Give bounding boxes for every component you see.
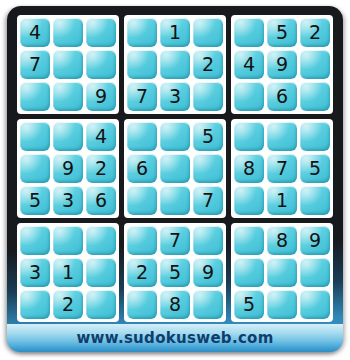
- cell-r6c9[interactable]: [300, 186, 330, 215]
- cell-r3c3: 9: [86, 82, 116, 111]
- sudoku-grid: 479127352496492536567875131272598895: [17, 15, 333, 322]
- cell-r7c3[interactable]: [86, 226, 116, 255]
- cell-r4c2[interactable]: [53, 122, 83, 151]
- cell-r9c6[interactable]: [193, 290, 223, 319]
- cell-r4c7[interactable]: [234, 122, 264, 151]
- cell-r2c5[interactable]: [160, 50, 190, 79]
- cell-r8c8[interactable]: [267, 258, 297, 287]
- cell-r6c1: 5: [20, 186, 50, 215]
- cell-r4c9[interactable]: [300, 122, 330, 151]
- cell-r6c6: 7: [193, 186, 223, 215]
- cell-r9c1[interactable]: [20, 290, 50, 319]
- cell-r5c4: 6: [127, 154, 157, 183]
- cell-r1c5: 1: [160, 18, 190, 47]
- cell-r4c8[interactable]: [267, 122, 297, 151]
- cell-r5c7: 8: [234, 154, 264, 183]
- cell-r2c2[interactable]: [53, 50, 83, 79]
- site-url[interactable]: www.sudokusweb.com: [76, 329, 273, 347]
- cell-r2c1: 7: [20, 50, 50, 79]
- cell-r1c7[interactable]: [234, 18, 264, 47]
- cell-r2c9[interactable]: [300, 50, 330, 79]
- cell-r1c9: 2: [300, 18, 330, 47]
- cell-r8c2: 1: [53, 258, 83, 287]
- box-1-2: 1273: [124, 15, 226, 114]
- cell-r6c3: 6: [86, 186, 116, 215]
- box-3-1: 312: [17, 223, 119, 322]
- cell-r4c5[interactable]: [160, 122, 190, 151]
- sudoku-board: 479127352496492536567875131272598895 www…: [7, 6, 343, 352]
- cell-r8c1: 3: [20, 258, 50, 287]
- cell-r3c6[interactable]: [193, 82, 223, 111]
- cell-r3c5: 3: [160, 82, 190, 111]
- cell-r7c6[interactable]: [193, 226, 223, 255]
- cell-r8c4: 2: [127, 258, 157, 287]
- cell-r6c5[interactable]: [160, 186, 190, 215]
- cell-r4c3: 4: [86, 122, 116, 151]
- cell-r9c2: 2: [53, 290, 83, 319]
- cell-r2c4[interactable]: [127, 50, 157, 79]
- cell-r7c1[interactable]: [20, 226, 50, 255]
- cell-r7c5: 7: [160, 226, 190, 255]
- cell-r1c1: 4: [20, 18, 50, 47]
- cell-r2c6: 2: [193, 50, 223, 79]
- box-3-3: 895: [231, 223, 333, 322]
- cell-r1c8: 5: [267, 18, 297, 47]
- cell-r8c5: 5: [160, 258, 190, 287]
- cell-r5c6[interactable]: [193, 154, 223, 183]
- cell-r1c6[interactable]: [193, 18, 223, 47]
- cell-r3c7[interactable]: [234, 82, 264, 111]
- cell-r4c6: 5: [193, 122, 223, 151]
- cell-r5c3: 2: [86, 154, 116, 183]
- cell-r3c1[interactable]: [20, 82, 50, 111]
- cell-r6c7[interactable]: [234, 186, 264, 215]
- cell-r7c9: 9: [300, 226, 330, 255]
- cell-r5c1[interactable]: [20, 154, 50, 183]
- cell-r3c9[interactable]: [300, 82, 330, 111]
- cell-r7c2[interactable]: [53, 226, 83, 255]
- cell-r2c8: 9: [267, 50, 297, 79]
- cell-r3c8: 6: [267, 82, 297, 111]
- cell-r8c6: 9: [193, 258, 223, 287]
- cell-r7c4[interactable]: [127, 226, 157, 255]
- cell-r9c9[interactable]: [300, 290, 330, 319]
- cell-r1c2[interactable]: [53, 18, 83, 47]
- box-1-1: 479: [17, 15, 119, 114]
- cell-r6c2: 3: [53, 186, 83, 215]
- cell-r9c3[interactable]: [86, 290, 116, 319]
- cell-r5c5[interactable]: [160, 154, 190, 183]
- cell-r8c9[interactable]: [300, 258, 330, 287]
- cell-r1c4[interactable]: [127, 18, 157, 47]
- cell-r5c8: 7: [267, 154, 297, 183]
- box-2-3: 8751: [231, 119, 333, 218]
- footer-bar: www.sudokusweb.com: [7, 324, 343, 352]
- cell-r3c4: 7: [127, 82, 157, 111]
- cell-r5c2: 9: [53, 154, 83, 183]
- cell-r8c3[interactable]: [86, 258, 116, 287]
- cell-r9c5: 8: [160, 290, 190, 319]
- cell-r6c4[interactable]: [127, 186, 157, 215]
- cell-r9c4[interactable]: [127, 290, 157, 319]
- cell-r1c3[interactable]: [86, 18, 116, 47]
- box-2-1: 492536: [17, 119, 119, 218]
- cell-r7c8: 8: [267, 226, 297, 255]
- box-2-2: 567: [124, 119, 226, 218]
- box-1-3: 52496: [231, 15, 333, 114]
- cell-r8c7[interactable]: [234, 258, 264, 287]
- cell-r9c7: 5: [234, 290, 264, 319]
- cell-r4c4[interactable]: [127, 122, 157, 151]
- box-3-2: 72598: [124, 223, 226, 322]
- cell-r4c1[interactable]: [20, 122, 50, 151]
- cell-r3c2[interactable]: [53, 82, 83, 111]
- cell-r7c7[interactable]: [234, 226, 264, 255]
- cell-r6c8: 1: [267, 186, 297, 215]
- cell-r5c9: 5: [300, 154, 330, 183]
- cell-r9c8[interactable]: [267, 290, 297, 319]
- cell-r2c7: 4: [234, 50, 264, 79]
- cell-r2c3[interactable]: [86, 50, 116, 79]
